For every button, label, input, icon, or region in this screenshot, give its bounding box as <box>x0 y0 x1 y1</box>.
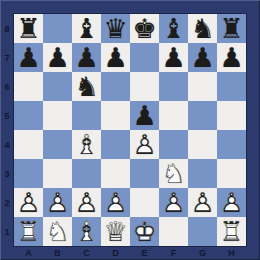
piece-white-pawn[interactable]: ♟♙ <box>217 188 246 217</box>
file-label-e: E <box>130 246 159 260</box>
rank-label-3: 3 <box>0 159 14 188</box>
black-pawn-icon: ♟ <box>130 101 159 130</box>
square-e4[interactable]: ♟♙ <box>130 130 159 159</box>
rank-label-2: 2 <box>0 188 14 217</box>
square-e3[interactable] <box>130 159 159 188</box>
rank-labels: 87654321 <box>0 14 14 246</box>
square-c7[interactable]: ♟ <box>72 43 101 72</box>
piece-white-pawn[interactable]: ♟♙ <box>188 188 217 217</box>
file-label-d: D <box>101 246 130 260</box>
square-e1[interactable]: ♚♔ <box>130 217 159 246</box>
piece-black-bishop[interactable]: ♝ <box>159 14 188 43</box>
black-pawn-icon: ♟ <box>43 43 72 72</box>
square-g8[interactable]: ♞ <box>188 14 217 43</box>
square-h5[interactable] <box>217 101 246 130</box>
square-c5[interactable] <box>72 101 101 130</box>
white-pawn-outline-icon: ♙ <box>14 188 43 217</box>
white-pawn-outline-icon: ♙ <box>217 188 246 217</box>
piece-white-knight[interactable]: ♞♘ <box>159 159 188 188</box>
square-c3[interactable] <box>72 159 101 188</box>
piece-white-pawn[interactable]: ♟♙ <box>72 188 101 217</box>
square-d5[interactable] <box>101 101 130 130</box>
square-g4[interactable] <box>188 130 217 159</box>
square-d2[interactable]: ♟♙ <box>101 188 130 217</box>
white-pawn-outline-icon: ♙ <box>101 188 130 217</box>
white-pawn-outline-icon: ♙ <box>159 188 188 217</box>
file-label-a: A <box>14 246 43 260</box>
square-g3[interactable] <box>188 159 217 188</box>
piece-black-knight[interactable]: ♞ <box>188 14 217 43</box>
file-label-c: C <box>72 246 101 260</box>
piece-black-knight[interactable]: ♞ <box>72 72 101 101</box>
square-c1[interactable]: ♝♗ <box>72 217 101 246</box>
piece-white-pawn[interactable]: ♟♙ <box>159 188 188 217</box>
square-a2[interactable]: ♟♙ <box>14 188 43 217</box>
piece-white-queen[interactable]: ♛♕ <box>101 217 130 246</box>
piece-black-pawn[interactable]: ♟ <box>14 43 43 72</box>
piece-black-pawn[interactable]: ♟ <box>217 43 246 72</box>
square-h2[interactable]: ♟♙ <box>217 188 246 217</box>
piece-black-pawn[interactable]: ♟ <box>43 43 72 72</box>
piece-black-rook[interactable]: ♜ <box>217 14 246 43</box>
square-f5[interactable] <box>159 101 188 130</box>
white-pawn-outline-icon: ♙ <box>72 188 101 217</box>
square-b4[interactable] <box>43 130 72 159</box>
square-g1[interactable] <box>188 217 217 246</box>
file-label-g: G <box>188 246 217 260</box>
square-e7[interactable] <box>130 43 159 72</box>
square-f1[interactable] <box>159 217 188 246</box>
square-c2[interactable]: ♟♙ <box>72 188 101 217</box>
square-d7[interactable]: ♟ <box>101 43 130 72</box>
white-knight-outline-icon: ♘ <box>43 217 72 246</box>
rank-label-1: 1 <box>0 217 14 246</box>
square-e5[interactable]: ♟ <box>130 101 159 130</box>
white-bishop-outline-icon: ♗ <box>72 130 101 159</box>
piece-white-rook[interactable]: ♜♖ <box>217 217 246 246</box>
square-a1[interactable]: ♜♖ <box>14 217 43 246</box>
file-label-h: H <box>217 246 246 260</box>
white-pawn-outline-icon: ♙ <box>188 188 217 217</box>
square-d3[interactable] <box>101 159 130 188</box>
piece-white-pawn[interactable]: ♟♙ <box>43 188 72 217</box>
piece-white-rook[interactable]: ♜♖ <box>14 217 43 246</box>
piece-black-pawn[interactable]: ♟ <box>159 43 188 72</box>
square-g6[interactable] <box>188 72 217 101</box>
black-knight-icon: ♞ <box>188 14 217 43</box>
piece-black-rook[interactable]: ♜ <box>14 14 43 43</box>
piece-black-pawn[interactable]: ♟ <box>130 101 159 130</box>
file-label-f: F <box>159 246 188 260</box>
white-pawn-outline-icon: ♙ <box>43 188 72 217</box>
square-f4[interactable] <box>159 130 188 159</box>
square-d1[interactable]: ♛♕ <box>101 217 130 246</box>
piece-white-knight[interactable]: ♞♘ <box>43 217 72 246</box>
piece-white-pawn[interactable]: ♟♙ <box>14 188 43 217</box>
white-rook-outline-icon: ♖ <box>14 217 43 246</box>
black-pawn-icon: ♟ <box>101 43 130 72</box>
rank-label-4: 4 <box>0 130 14 159</box>
white-king-outline-icon: ♔ <box>130 217 159 246</box>
black-pawn-icon: ♟ <box>14 43 43 72</box>
black-pawn-icon: ♟ <box>72 43 101 72</box>
square-f3[interactable]: ♞♘ <box>159 159 188 188</box>
white-pawn-outline-icon: ♙ <box>130 130 159 159</box>
square-e6[interactable] <box>130 72 159 101</box>
piece-black-pawn[interactable]: ♟ <box>72 43 101 72</box>
square-e8[interactable]: ♚ <box>130 14 159 43</box>
piece-white-pawn[interactable]: ♟♙ <box>130 130 159 159</box>
rank-label-8: 8 <box>0 14 14 43</box>
square-h4[interactable] <box>217 130 246 159</box>
piece-black-queen[interactable]: ♛ <box>101 14 130 43</box>
square-g5[interactable] <box>188 101 217 130</box>
black-rook-icon: ♜ <box>217 14 246 43</box>
square-d4[interactable] <box>101 130 130 159</box>
square-g2[interactable]: ♟♙ <box>188 188 217 217</box>
black-bishop-icon: ♝ <box>159 14 188 43</box>
square-a8[interactable]: ♜ <box>14 14 43 43</box>
piece-white-pawn[interactable]: ♟♙ <box>101 188 130 217</box>
piece-white-bishop[interactable]: ♝♗ <box>72 130 101 159</box>
piece-black-pawn[interactable]: ♟ <box>188 43 217 72</box>
piece-white-king[interactable]: ♚♔ <box>130 217 159 246</box>
square-a6[interactable] <box>14 72 43 101</box>
black-knight-icon: ♞ <box>72 72 101 101</box>
square-a7[interactable]: ♟ <box>14 43 43 72</box>
square-f7[interactable]: ♟ <box>159 43 188 72</box>
black-pawn-icon: ♟ <box>159 43 188 72</box>
piece-black-pawn[interactable]: ♟ <box>101 43 130 72</box>
file-labels: ABCDEFGH <box>14 246 246 260</box>
square-h6[interactable] <box>217 72 246 101</box>
square-a5[interactable] <box>14 101 43 130</box>
square-g7[interactable]: ♟ <box>188 43 217 72</box>
piece-black-king[interactable]: ♚ <box>130 14 159 43</box>
square-h7[interactable]: ♟ <box>217 43 246 72</box>
square-h1[interactable]: ♜♖ <box>217 217 246 246</box>
square-h3[interactable] <box>217 159 246 188</box>
square-b7[interactable]: ♟ <box>43 43 72 72</box>
chess-board: ♜♝♛♚♝♞♜♟♟♟♟♟♟♟♞♟♝♗♟♙♞♘♟♙♟♙♟♙♟♙♟♙♟♙♟♙♜♖♞♘… <box>14 14 246 246</box>
black-pawn-icon: ♟ <box>217 43 246 72</box>
piece-white-bishop[interactable]: ♝♗ <box>72 217 101 246</box>
piece-black-bishop[interactable]: ♝ <box>72 14 101 43</box>
square-f6[interactable] <box>159 72 188 101</box>
white-bishop-outline-icon: ♗ <box>72 217 101 246</box>
square-a3[interactable] <box>14 159 43 188</box>
rank-label-7: 7 <box>0 43 14 72</box>
white-queen-outline-icon: ♕ <box>101 217 130 246</box>
square-e2[interactable] <box>130 188 159 217</box>
black-pawn-icon: ♟ <box>188 43 217 72</box>
square-c6[interactable]: ♞ <box>72 72 101 101</box>
square-d6[interactable] <box>101 72 130 101</box>
square-c8[interactable]: ♝ <box>72 14 101 43</box>
white-rook-outline-icon: ♖ <box>217 217 246 246</box>
rank-label-6: 6 <box>0 72 14 101</box>
square-b1[interactable]: ♞♘ <box>43 217 72 246</box>
rank-label-5: 5 <box>0 101 14 130</box>
square-b8[interactable] <box>43 14 72 43</box>
black-king-icon: ♚ <box>130 14 159 43</box>
square-b3[interactable] <box>43 159 72 188</box>
black-queen-icon: ♛ <box>101 14 130 43</box>
square-d8[interactable]: ♛ <box>101 14 130 43</box>
square-f8[interactable]: ♝ <box>159 14 188 43</box>
square-f2[interactable]: ♟♙ <box>159 188 188 217</box>
square-b6[interactable] <box>43 72 72 101</box>
file-label-b: B <box>43 246 72 260</box>
square-b5[interactable] <box>43 101 72 130</box>
chess-diagram: 87654321 ♜♝♛♚♝♞♜♟♟♟♟♟♟♟♞♟♝♗♟♙♞♘♟♙♟♙♟♙♟♙♟… <box>0 0 260 260</box>
square-a4[interactable] <box>14 130 43 159</box>
white-knight-outline-icon: ♘ <box>159 159 188 188</box>
black-bishop-icon: ♝ <box>72 14 101 43</box>
square-c4[interactable]: ♝♗ <box>72 130 101 159</box>
square-h8[interactable]: ♜ <box>217 14 246 43</box>
square-b2[interactable]: ♟♙ <box>43 188 72 217</box>
black-rook-icon: ♜ <box>14 14 43 43</box>
